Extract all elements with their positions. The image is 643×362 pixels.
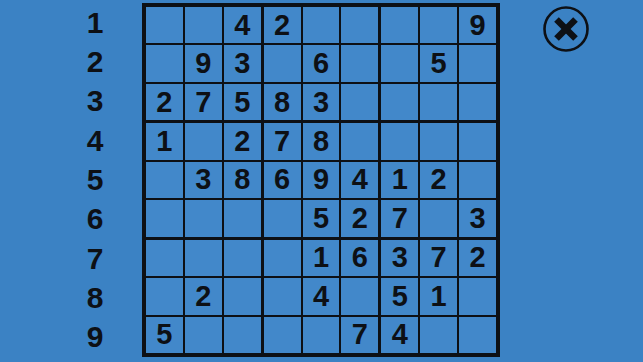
cell-r1c7[interactable] bbox=[381, 7, 418, 43]
cell-r4c6[interactable] bbox=[341, 123, 378, 159]
cell-r1c8[interactable] bbox=[420, 7, 457, 43]
cell-r8c5[interactable]: 4 bbox=[303, 278, 340, 314]
cell-r2c9[interactable] bbox=[459, 45, 496, 81]
cell-r2c4[interactable] bbox=[264, 45, 301, 81]
cell-r8c9[interactable] bbox=[459, 278, 496, 314]
cell-r1c3[interactable]: 4 bbox=[224, 7, 261, 43]
cell-r1c9[interactable]: 9 bbox=[459, 7, 496, 43]
sudoku-screen: 123456789 493275268395123878694521273251… bbox=[0, 0, 643, 362]
cell-r7c4[interactable] bbox=[264, 240, 301, 276]
cell-r1c5[interactable] bbox=[303, 7, 340, 43]
close-button[interactable] bbox=[542, 5, 590, 53]
cell-r6c7[interactable]: 7 bbox=[381, 200, 418, 236]
row-label-1: 1 bbox=[75, 3, 115, 42]
cell-r9c5[interactable] bbox=[303, 317, 340, 353]
cell-r3c5[interactable]: 3 bbox=[303, 84, 340, 120]
cell-r9c3[interactable] bbox=[224, 317, 261, 353]
cell-r6c3[interactable] bbox=[224, 200, 261, 236]
box-3-1: 25 bbox=[146, 240, 261, 353]
row-labels: 123456789 bbox=[75, 3, 115, 357]
cell-r4c2[interactable] bbox=[185, 123, 222, 159]
cell-r5c8[interactable]: 2 bbox=[420, 162, 457, 198]
box-3-2: 1647 bbox=[264, 240, 379, 353]
cell-r6c1[interactable] bbox=[146, 200, 183, 236]
cell-r6c6[interactable]: 2 bbox=[341, 200, 378, 236]
box-3-3: 372514 bbox=[381, 240, 496, 353]
cell-r7c5[interactable]: 1 bbox=[303, 240, 340, 276]
row-label-8: 8 bbox=[75, 278, 115, 317]
cell-r5c4[interactable]: 6 bbox=[264, 162, 301, 198]
box-1-2: 2683 bbox=[264, 7, 379, 120]
cell-r9c6[interactable]: 7 bbox=[341, 317, 378, 353]
cell-r7c6[interactable]: 6 bbox=[341, 240, 378, 276]
cell-r9c2[interactable] bbox=[185, 317, 222, 353]
cell-r2c6[interactable] bbox=[341, 45, 378, 81]
cell-r3c7[interactable] bbox=[381, 84, 418, 120]
cell-r5c3[interactable]: 8 bbox=[224, 162, 261, 198]
cell-r1c6[interactable] bbox=[341, 7, 378, 43]
cell-r8c8[interactable]: 1 bbox=[420, 278, 457, 314]
cell-r1c2[interactable] bbox=[185, 7, 222, 43]
cell-r4c1[interactable]: 1 bbox=[146, 123, 183, 159]
cell-r4c9[interactable] bbox=[459, 123, 496, 159]
cell-r3c8[interactable] bbox=[420, 84, 457, 120]
cell-r3c6[interactable] bbox=[341, 84, 378, 120]
cell-r5c1[interactable] bbox=[146, 162, 183, 198]
cell-r4c8[interactable] bbox=[420, 123, 457, 159]
cell-r9c8[interactable] bbox=[420, 317, 457, 353]
cell-r7c1[interactable] bbox=[146, 240, 183, 276]
cell-r1c1[interactable] bbox=[146, 7, 183, 43]
row-label-4: 4 bbox=[75, 121, 115, 160]
row-label-2: 2 bbox=[75, 42, 115, 81]
cell-r3c2[interactable]: 7 bbox=[185, 84, 222, 120]
box-1-1: 493275 bbox=[146, 7, 261, 120]
cell-r5c2[interactable]: 3 bbox=[185, 162, 222, 198]
box-1-3: 95 bbox=[381, 7, 496, 120]
cell-r8c6[interactable] bbox=[341, 278, 378, 314]
cell-r8c1[interactable] bbox=[146, 278, 183, 314]
cell-r6c8[interactable] bbox=[420, 200, 457, 236]
cell-r3c9[interactable] bbox=[459, 84, 496, 120]
cell-r9c7[interactable]: 4 bbox=[381, 317, 418, 353]
cell-r8c7[interactable]: 5 bbox=[381, 278, 418, 314]
cell-r9c9[interactable] bbox=[459, 317, 496, 353]
cell-r6c2[interactable] bbox=[185, 200, 222, 236]
cell-r5c9[interactable] bbox=[459, 162, 496, 198]
row-label-3: 3 bbox=[75, 82, 115, 121]
cell-r8c2[interactable]: 2 bbox=[185, 278, 222, 314]
row-label-5: 5 bbox=[75, 160, 115, 199]
cell-r4c4[interactable]: 7 bbox=[264, 123, 301, 159]
cell-r4c5[interactable]: 8 bbox=[303, 123, 340, 159]
cell-r7c3[interactable] bbox=[224, 240, 261, 276]
row-label-7: 7 bbox=[75, 239, 115, 278]
box-2-3: 1273 bbox=[381, 123, 496, 236]
cell-r5c7[interactable]: 1 bbox=[381, 162, 418, 198]
cell-r2c7[interactable] bbox=[381, 45, 418, 81]
cell-r7c2[interactable] bbox=[185, 240, 222, 276]
box-2-2: 7869452 bbox=[264, 123, 379, 236]
cell-r2c2[interactable]: 9 bbox=[185, 45, 222, 81]
close-icon bbox=[542, 5, 590, 53]
cell-r6c5[interactable]: 5 bbox=[303, 200, 340, 236]
cell-r2c3[interactable]: 3 bbox=[224, 45, 261, 81]
cell-r2c8[interactable]: 5 bbox=[420, 45, 457, 81]
cell-r5c6[interactable]: 4 bbox=[341, 162, 378, 198]
cell-r4c3[interactable]: 2 bbox=[224, 123, 261, 159]
cell-r8c4[interactable] bbox=[264, 278, 301, 314]
box-2-1: 1238 bbox=[146, 123, 261, 236]
cell-r3c3[interactable]: 5 bbox=[224, 84, 261, 120]
cell-r6c9[interactable]: 3 bbox=[459, 200, 496, 236]
cell-r3c4[interactable]: 8 bbox=[264, 84, 301, 120]
cell-r3c1[interactable]: 2 bbox=[146, 84, 183, 120]
cell-r2c5[interactable]: 6 bbox=[303, 45, 340, 81]
cell-r4c7[interactable] bbox=[381, 123, 418, 159]
cell-r7c7[interactable]: 3 bbox=[381, 240, 418, 276]
cell-r6c4[interactable] bbox=[264, 200, 301, 236]
cell-r2c1[interactable] bbox=[146, 45, 183, 81]
cell-r9c1[interactable]: 5 bbox=[146, 317, 183, 353]
cell-r5c5[interactable]: 9 bbox=[303, 162, 340, 198]
cell-r7c8[interactable]: 7 bbox=[420, 240, 457, 276]
cell-r7c9[interactable]: 2 bbox=[459, 240, 496, 276]
row-label-6: 6 bbox=[75, 200, 115, 239]
row-label-9: 9 bbox=[75, 318, 115, 357]
cell-r9c4[interactable] bbox=[264, 317, 301, 353]
cell-r1c4[interactable]: 2 bbox=[264, 7, 301, 43]
sudoku-board: 493275268395123878694521273251647372514 bbox=[142, 3, 500, 357]
cell-r8c3[interactable] bbox=[224, 278, 261, 314]
